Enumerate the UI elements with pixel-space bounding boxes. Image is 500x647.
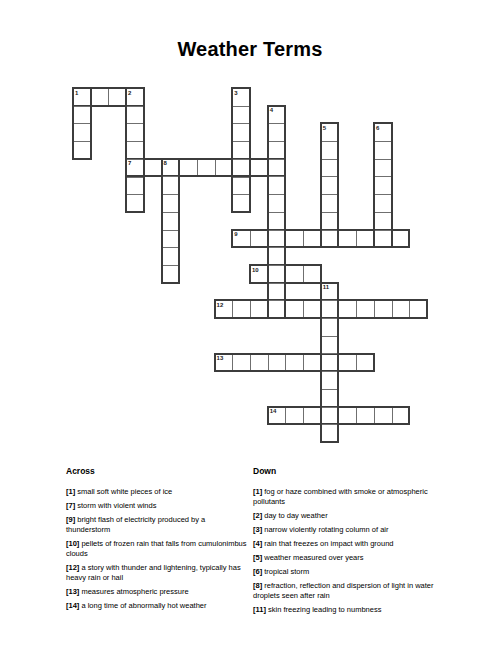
clue-number: [10] — [66, 539, 79, 548]
cell-separator — [127, 194, 143, 195]
cell-separator — [322, 212, 338, 213]
cell-separator — [285, 355, 286, 371]
cell-separator — [303, 231, 304, 247]
cell-separator — [322, 300, 338, 301]
cell-separator — [233, 141, 249, 142]
cell-separator — [269, 283, 285, 284]
cell-separator — [269, 176, 285, 177]
cell-separator — [74, 106, 90, 107]
answer-5-down[interactable] — [320, 122, 340, 248]
clue-number: [1] — [253, 487, 262, 496]
clue-list-across: [1] small soft white pieces of ice[7] st… — [66, 487, 250, 611]
clue-number: [11] — [253, 605, 266, 614]
cell-separator — [322, 141, 338, 142]
cell-separator — [233, 106, 249, 107]
clue-number: [1] — [66, 487, 75, 496]
cell-separator — [269, 300, 285, 301]
cell-separator — [374, 408, 375, 424]
cell-separator — [303, 355, 304, 371]
clue-across-12: [12] a story with thunder and lightening… — [66, 563, 250, 583]
cell-separator — [163, 230, 179, 231]
cell-separator — [269, 247, 285, 248]
cell-separator — [233, 159, 249, 160]
cell-number-10: 10 — [252, 267, 259, 273]
clue-number: [12] — [66, 563, 79, 572]
cell-separator — [74, 123, 90, 124]
cell-separator — [269, 194, 285, 195]
cell-separator — [127, 106, 143, 107]
cell-separator — [322, 176, 338, 177]
across-clues-section: Across [1] small soft white pieces of ic… — [66, 466, 250, 615]
cell-separator — [322, 159, 338, 160]
cell-separator — [163, 176, 179, 177]
cell-number-12: 12 — [217, 302, 224, 308]
clue-down-2: [2] day to day weather — [253, 511, 451, 521]
clue-across-13: [13] measures atmospheric pressure — [66, 587, 250, 597]
cell-number-3: 3 — [234, 90, 237, 96]
cell-separator — [303, 266, 304, 282]
answer-13-across[interactable] — [214, 353, 375, 373]
cell-separator — [322, 371, 338, 372]
cell-number-5: 5 — [323, 125, 326, 131]
clue-down-11: [11] skin freezing leading to numbness — [253, 605, 451, 615]
cell-separator — [232, 355, 233, 371]
cell-separator — [250, 301, 251, 317]
cell-separator — [303, 408, 304, 424]
cell-separator — [269, 212, 285, 213]
cell-separator — [322, 230, 338, 231]
cell-separator — [375, 141, 391, 142]
cell-separator — [163, 212, 179, 213]
cell-number-9: 9 — [234, 231, 237, 237]
cell-separator — [322, 318, 338, 319]
clue-down-6: [6] tropical storm — [253, 567, 451, 577]
cell-separator — [127, 177, 143, 178]
clue-down-8: [8] refraction, reflection and dispersio… — [253, 581, 451, 601]
clue-number: [14] — [66, 601, 79, 610]
down-clues-section: Down [1] fog or haze combined with smoke… — [253, 466, 451, 619]
cell-separator — [269, 123, 285, 124]
answer-7-across[interactable] — [125, 158, 286, 178]
answer-1-down[interactable] — [72, 87, 92, 160]
cell-number-8: 8 — [164, 160, 167, 166]
cell-number-4: 4 — [270, 107, 273, 113]
cell-separator — [356, 301, 357, 317]
cell-separator — [108, 89, 109, 105]
cell-separator — [269, 159, 285, 160]
cell-separator — [233, 123, 249, 124]
answer-2-down[interactable] — [125, 87, 145, 213]
cell-separator — [285, 408, 286, 424]
cell-number-7: 7 — [128, 160, 131, 166]
puzzle-title: Weather Terms — [0, 37, 500, 61]
cell-separator — [232, 301, 233, 317]
across-header: Across — [66, 466, 250, 476]
cell-separator — [197, 160, 198, 176]
cell-separator — [322, 194, 338, 195]
clue-down-4: [4] rain that freezes on impact with gro… — [253, 539, 451, 549]
cell-number-13: 13 — [217, 355, 224, 361]
clue-across-9: [9] bright flash of electricity produced… — [66, 515, 250, 535]
answer-6-down[interactable] — [373, 122, 393, 248]
answer-8-down[interactable] — [161, 158, 181, 284]
cell-separator — [233, 194, 249, 195]
cell-separator — [163, 247, 179, 248]
cell-separator — [163, 265, 179, 266]
clue-down-1: [1] fog or haze combined with smoke or a… — [253, 487, 451, 507]
cell-separator — [269, 141, 285, 142]
cell-separator — [374, 301, 375, 317]
clue-across-14: [14] a long time of abnormally hot weath… — [66, 601, 250, 611]
cell-separator — [322, 407, 338, 408]
clue-across-1: [1] small soft white pieces of ice — [66, 487, 250, 497]
cell-separator — [303, 301, 304, 317]
cell-number-11: 11 — [323, 284, 329, 290]
cell-separator — [74, 141, 90, 142]
crossword-board: 1234567891011121314 — [73, 88, 427, 442]
clue-list-down: [1] fog or haze combined with smoke or a… — [253, 487, 451, 615]
cell-separator — [375, 230, 391, 231]
answer-4-down[interactable] — [267, 105, 287, 319]
cell-separator — [163, 194, 179, 195]
clue-number: [8] — [253, 581, 262, 590]
cell-separator — [392, 408, 393, 424]
cell-separator — [392, 301, 393, 317]
answer-11-down[interactable] — [320, 282, 340, 443]
down-header: Down — [253, 466, 451, 476]
clue-number: [2] — [253, 511, 262, 520]
clue-number: [13] — [66, 587, 79, 596]
clue-number: [5] — [253, 553, 262, 562]
cell-separator — [269, 265, 285, 266]
clue-number: [9] — [66, 515, 75, 524]
cell-separator — [356, 355, 357, 371]
cell-separator — [127, 123, 143, 124]
clue-down-3: [3] narrow violently rotating column of … — [253, 525, 451, 535]
clue-across-10: [10] pellets of frozen rain that falls f… — [66, 539, 250, 559]
cell-separator — [409, 301, 410, 317]
cell-separator — [268, 355, 269, 371]
clue-across-7: [7] storm with violent winds — [66, 501, 250, 511]
cell-separator — [375, 212, 391, 213]
cell-separator — [269, 230, 285, 231]
cell-separator — [250, 355, 251, 371]
cell-separator — [233, 177, 249, 178]
cell-separator — [356, 231, 357, 247]
cell-separator — [322, 424, 338, 425]
cell-separator — [375, 159, 391, 160]
clue-number: [7] — [66, 501, 75, 510]
cell-separator — [250, 231, 251, 247]
clue-number: [4] — [253, 539, 262, 548]
answer-3-down[interactable] — [231, 87, 251, 213]
cell-separator — [215, 160, 216, 176]
clue-down-5: [5] weather measured over years — [253, 553, 451, 563]
cell-separator — [375, 194, 391, 195]
cell-number-1: 1 — [75, 90, 78, 96]
cell-number-2: 2 — [128, 90, 131, 96]
cell-separator — [375, 176, 391, 177]
cell-separator — [322, 353, 338, 354]
cell-separator — [322, 336, 338, 337]
clue-number: [3] — [253, 525, 262, 534]
clue-number: [6] — [253, 567, 262, 576]
cell-separator — [127, 141, 143, 142]
cell-separator — [322, 389, 338, 390]
cell-separator — [356, 408, 357, 424]
cell-number-6: 6 — [376, 125, 379, 131]
cell-number-14: 14 — [270, 408, 277, 414]
